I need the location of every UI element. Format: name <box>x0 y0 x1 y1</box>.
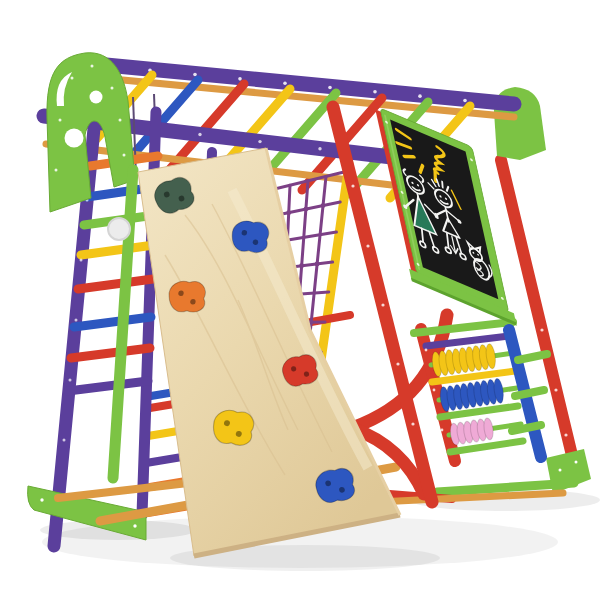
abacus <box>414 322 547 461</box>
screw-dot <box>425 349 428 352</box>
screw-dot <box>193 73 197 77</box>
ladder-rung-yellow <box>81 245 154 255</box>
screw-dot <box>75 319 78 322</box>
product-photo-children-play-gym <box>0 0 600 600</box>
screw-dot <box>564 433 567 436</box>
ladder-rung-purple <box>68 381 148 391</box>
screw-dot <box>559 469 562 472</box>
screw-dot <box>433 389 436 392</box>
net-knot <box>286 210 291 215</box>
chalkboard <box>373 105 517 326</box>
ladder-rung-red <box>71 348 150 358</box>
screw-dot <box>396 362 399 365</box>
net-knot <box>315 261 320 266</box>
screw-dot <box>258 140 261 143</box>
net-knot <box>303 207 308 212</box>
abacus-bar-green <box>414 322 513 333</box>
screw-dot <box>328 86 332 90</box>
screw-dot <box>540 328 543 331</box>
screw-dot <box>133 524 136 527</box>
screw-dot <box>80 259 83 262</box>
panel-cutout <box>90 91 103 104</box>
screw-dot <box>63 439 66 442</box>
net-knot <box>321 203 326 208</box>
screw-dot <box>418 94 422 98</box>
screw-dot <box>554 388 557 391</box>
screw-dot <box>40 498 43 501</box>
screw-dot <box>575 461 578 464</box>
ladder-rung-red <box>78 279 153 289</box>
screw-dot <box>283 81 287 85</box>
panel-cutout <box>65 129 84 148</box>
screw-dot <box>351 184 354 187</box>
climbing-hold-orange <box>168 279 207 313</box>
screw-dot <box>411 422 414 425</box>
right-foot-bracket <box>546 449 591 494</box>
ladder-rung-blue <box>74 317 151 327</box>
screw-dot <box>373 90 377 94</box>
hold-body <box>168 279 207 313</box>
screw-dot <box>69 379 72 382</box>
screw-dot <box>238 77 242 81</box>
screw-dot <box>198 133 201 136</box>
screw-dot <box>463 99 467 103</box>
play-gym-scene <box>0 0 600 600</box>
net-knot <box>299 263 304 268</box>
screw-dot <box>318 147 321 150</box>
screw-dot <box>366 244 369 247</box>
screw-dot <box>381 303 384 306</box>
screw-dot <box>441 429 444 432</box>
ramp-hook-ring <box>108 218 130 240</box>
